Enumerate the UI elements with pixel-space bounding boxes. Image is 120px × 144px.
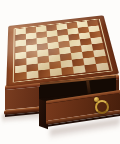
brass-ring-pull-icon — [95, 100, 109, 114]
square-e1 — [61, 67, 74, 75]
square-d1 — [50, 68, 62, 76]
chess-box-photo — [0, 0, 120, 144]
square-h1 — [96, 63, 109, 71]
square-a1 — [15, 72, 27, 81]
drawer-divider — [86, 80, 91, 93]
square-c1 — [38, 69, 50, 78]
square-b1 — [27, 71, 39, 80]
